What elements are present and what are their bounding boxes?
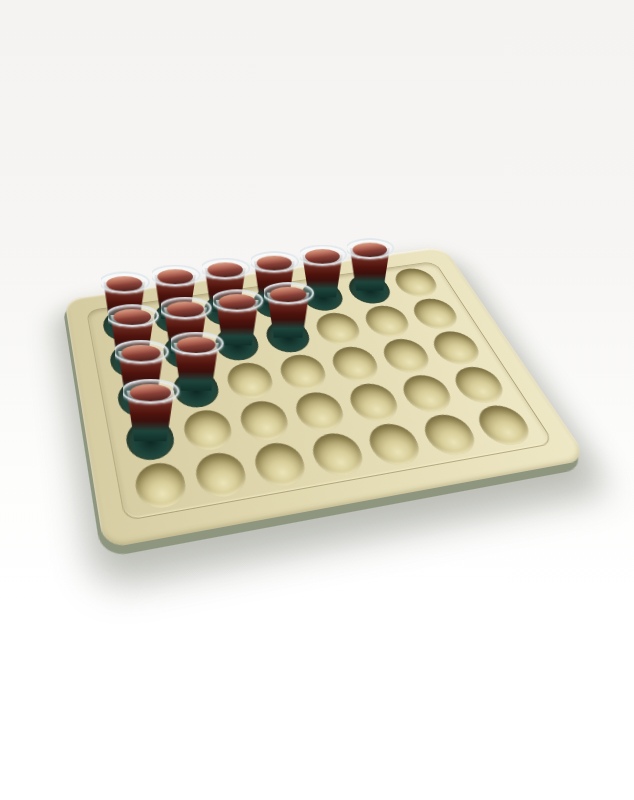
cup [170,332,221,393]
cup-rim [345,238,394,259]
cup [264,282,312,340]
cup-rim [113,340,169,364]
cup-rim [149,265,200,287]
empty-well [396,372,458,415]
cup-rim [98,272,149,294]
cup-rim [211,289,263,311]
cup-surface [129,384,170,401]
well-r5c6[interactable] [410,409,489,462]
empty-well [290,389,350,434]
well-r5c1[interactable] [125,457,197,516]
scene [0,0,634,800]
tray-surface [64,246,589,549]
cup-rim [262,282,314,304]
product-photo-background [0,0,634,800]
empty-well [131,460,190,512]
empty-well [191,450,251,501]
cup-rim [249,251,299,272]
cup-rim [105,304,158,327]
empty-well [306,430,369,479]
cup-body [173,343,218,391]
empty-well [275,352,331,393]
cup [123,379,177,444]
cup-surface [176,337,215,353]
cup-rim [297,245,346,266]
empty-well [222,360,277,402]
cup [347,238,392,292]
empty-well [310,310,365,347]
well-r5c2[interactable] [184,447,257,504]
empty-well [326,344,384,384]
cup-surface [121,345,160,361]
tray [64,246,589,549]
cup-rim [168,332,223,355]
cup-rim [200,258,250,279]
cup-body [126,391,173,442]
empty-well [389,266,443,299]
cup-rim [158,297,211,319]
empty-well [407,296,464,332]
empty-well [362,421,426,469]
board-grid [95,264,544,515]
empty-well [235,398,293,444]
empty-well [179,407,236,454]
well-r3c5[interactable] [320,342,389,387]
empty-well [249,440,311,490]
cup-rim [121,379,179,404]
